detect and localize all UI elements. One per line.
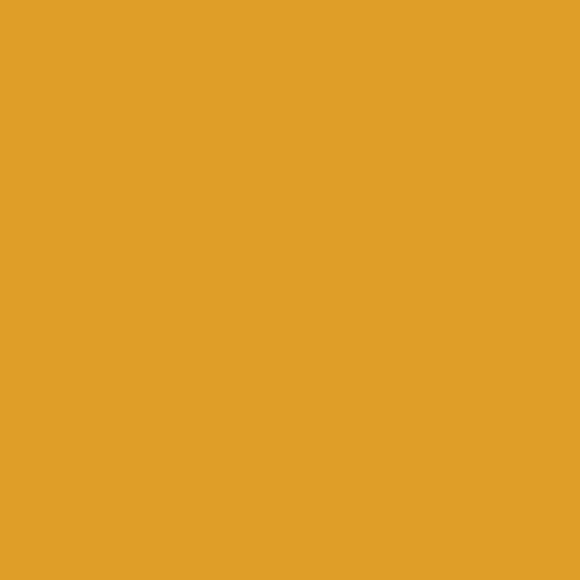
go-board[interactable] <box>0 0 580 580</box>
grid-lines <box>0 0 580 580</box>
